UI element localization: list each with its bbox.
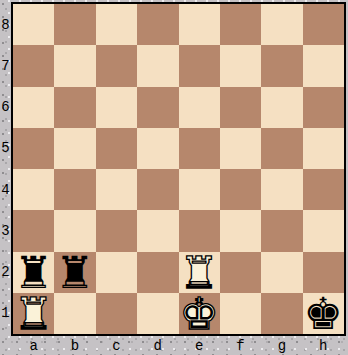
- file-label-b: b: [54, 336, 95, 355]
- square-d4[interactable]: [137, 169, 178, 210]
- square-b1[interactable]: [54, 293, 95, 334]
- square-c5[interactable]: [96, 128, 137, 169]
- square-c7[interactable]: [96, 45, 137, 86]
- black-king[interactable]: ♚: [304, 293, 343, 334]
- square-a6[interactable]: [13, 87, 54, 128]
- rank-labels: 87654321: [0, 4, 11, 334]
- square-e2[interactable]: ♜: [179, 252, 220, 293]
- square-b6[interactable]: [54, 87, 95, 128]
- file-label-f: f: [220, 336, 261, 355]
- chessboard-window: 87654321 ♜♜♜♜♚♚ abcdefgh: [0, 0, 348, 355]
- square-d1[interactable]: [137, 293, 178, 334]
- square-c4[interactable]: [96, 169, 137, 210]
- rank-label-3: 3: [0, 210, 11, 251]
- square-e3[interactable]: [179, 210, 220, 251]
- square-h2[interactable]: [303, 252, 344, 293]
- square-d3[interactable]: [137, 210, 178, 251]
- square-g8[interactable]: [261, 4, 302, 45]
- white-king[interactable]: ♚: [179, 293, 218, 334]
- square-g6[interactable]: [261, 87, 302, 128]
- square-f8[interactable]: [220, 4, 261, 45]
- square-a2[interactable]: ♜: [13, 252, 54, 293]
- square-f1[interactable]: [220, 293, 261, 334]
- square-b8[interactable]: [54, 4, 95, 45]
- file-label-a: a: [13, 336, 54, 355]
- square-a1[interactable]: ♜: [13, 293, 54, 334]
- square-e1[interactable]: ♚: [179, 293, 220, 334]
- square-a5[interactable]: [13, 128, 54, 169]
- square-e8[interactable]: [179, 4, 220, 45]
- square-c2[interactable]: [96, 252, 137, 293]
- square-h1[interactable]: ♚: [303, 293, 344, 334]
- square-g1[interactable]: [261, 293, 302, 334]
- square-b4[interactable]: [54, 169, 95, 210]
- square-a4[interactable]: [13, 169, 54, 210]
- rank-label-6: 6: [0, 87, 11, 128]
- square-f5[interactable]: [220, 128, 261, 169]
- white-rook[interactable]: ♜: [14, 293, 53, 334]
- rank-label-2: 2: [0, 252, 11, 293]
- square-b3[interactable]: [54, 210, 95, 251]
- square-e5[interactable]: [179, 128, 220, 169]
- black-rook[interactable]: ♜: [55, 252, 94, 293]
- square-g4[interactable]: [261, 169, 302, 210]
- square-f6[interactable]: [220, 87, 261, 128]
- square-b2[interactable]: ♜: [54, 252, 95, 293]
- square-e7[interactable]: [179, 45, 220, 86]
- square-f4[interactable]: [220, 169, 261, 210]
- square-f3[interactable]: [220, 210, 261, 251]
- chessboard: ♜♜♜♜♚♚: [11, 2, 346, 336]
- file-label-c: c: [96, 336, 137, 355]
- square-h8[interactable]: [303, 4, 344, 45]
- rank-label-7: 7: [0, 45, 11, 86]
- square-f2[interactable]: [220, 252, 261, 293]
- square-g5[interactable]: [261, 128, 302, 169]
- square-d7[interactable]: [137, 45, 178, 86]
- square-e4[interactable]: [179, 169, 220, 210]
- rank-label-4: 4: [0, 169, 11, 210]
- file-label-e: e: [179, 336, 220, 355]
- file-label-d: d: [137, 336, 178, 355]
- square-c6[interactable]: [96, 87, 137, 128]
- file-labels: abcdefgh: [13, 336, 344, 355]
- square-h6[interactable]: [303, 87, 344, 128]
- square-h4[interactable]: [303, 169, 344, 210]
- square-f7[interactable]: [220, 45, 261, 86]
- rank-label-1: 1: [0, 293, 11, 334]
- square-d8[interactable]: [137, 4, 178, 45]
- square-h5[interactable]: [303, 128, 344, 169]
- rank-label-8: 8: [0, 4, 11, 45]
- square-d6[interactable]: [137, 87, 178, 128]
- square-g7[interactable]: [261, 45, 302, 86]
- black-rook[interactable]: ♜: [14, 252, 53, 293]
- white-rook[interactable]: ♜: [179, 252, 218, 293]
- square-d2[interactable]: [137, 252, 178, 293]
- square-c8[interactable]: [96, 4, 137, 45]
- square-b5[interactable]: [54, 128, 95, 169]
- square-a8[interactable]: [13, 4, 54, 45]
- square-c3[interactable]: [96, 210, 137, 251]
- square-g3[interactable]: [261, 210, 302, 251]
- rank-label-5: 5: [0, 128, 11, 169]
- file-label-h: h: [303, 336, 344, 355]
- square-h7[interactable]: [303, 45, 344, 86]
- square-h3[interactable]: [303, 210, 344, 251]
- square-b7[interactable]: [54, 45, 95, 86]
- square-c1[interactable]: [96, 293, 137, 334]
- square-a3[interactable]: [13, 210, 54, 251]
- square-d5[interactable]: [137, 128, 178, 169]
- file-label-g: g: [261, 336, 302, 355]
- square-e6[interactable]: [179, 87, 220, 128]
- square-g2[interactable]: [261, 252, 302, 293]
- square-a7[interactable]: [13, 45, 54, 86]
